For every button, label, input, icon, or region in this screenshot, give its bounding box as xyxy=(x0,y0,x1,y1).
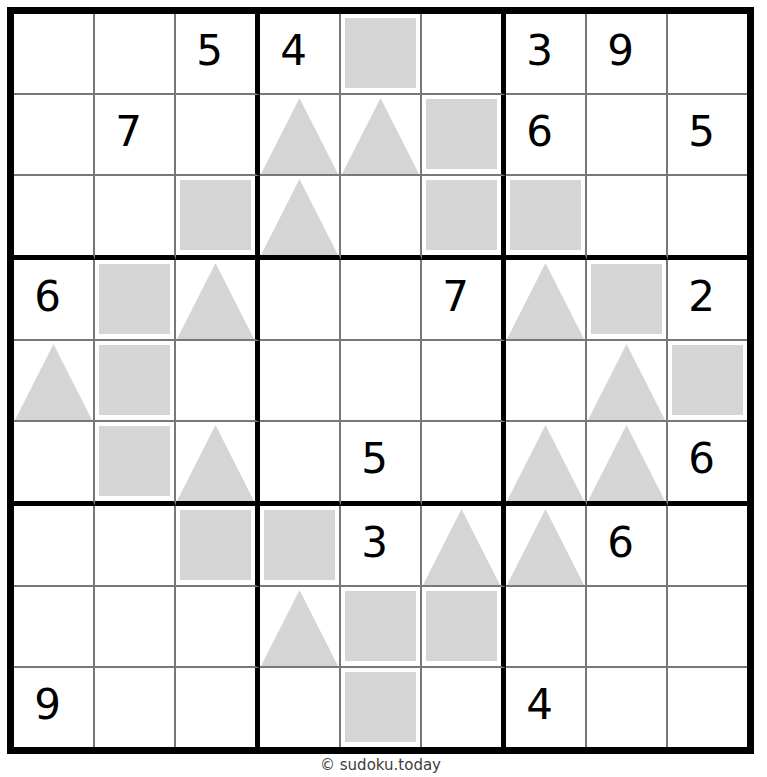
cell-r4c7[interactable] xyxy=(506,260,587,341)
cell-r4c6[interactable]: 7 xyxy=(422,260,506,341)
cell-r3c1[interactable] xyxy=(14,176,95,260)
gray-square-shape xyxy=(180,510,251,580)
cell-r8c9[interactable] xyxy=(668,587,747,668)
gray-square-shape xyxy=(99,426,170,496)
gray-triangle-shape xyxy=(15,344,92,420)
cell-r5c9[interactable] xyxy=(668,341,747,422)
given-digit: 7 xyxy=(89,92,168,171)
cell-r2c6[interactable] xyxy=(422,95,506,176)
cell-r1c1[interactable] xyxy=(14,14,95,95)
gray-square-shape xyxy=(99,264,170,334)
cell-r4c2[interactable] xyxy=(95,260,176,341)
cell-r5c4[interactable] xyxy=(260,341,341,422)
gray-triangle-shape xyxy=(507,263,584,339)
cell-r6c2[interactable] xyxy=(95,422,176,506)
gray-triangle-shape xyxy=(177,263,254,339)
cell-r5c6[interactable] xyxy=(422,341,506,422)
cell-r3c9[interactable] xyxy=(668,176,747,260)
cell-r5c3[interactable] xyxy=(176,341,260,422)
cell-r1c6[interactable] xyxy=(422,14,506,95)
given-digit: 3 xyxy=(500,11,579,90)
cell-r7c7[interactable] xyxy=(506,506,587,587)
gray-triangle-shape xyxy=(261,98,338,174)
cell-r2c1[interactable] xyxy=(14,95,95,176)
cell-r9c9[interactable] xyxy=(668,668,747,747)
cell-r4c3[interactable] xyxy=(176,260,260,341)
cell-r6c4[interactable] xyxy=(260,422,341,506)
sudoku-board: 5439765672563694 xyxy=(7,7,754,754)
cell-r8c8[interactable] xyxy=(587,587,668,668)
cell-r9c6[interactable] xyxy=(422,668,506,747)
gray-triangle-shape xyxy=(342,98,419,174)
cell-r6c8[interactable] xyxy=(587,422,668,506)
cell-r2c9[interactable]: 5 xyxy=(668,95,747,176)
gray-square-shape xyxy=(180,180,251,250)
cell-r8c6[interactable] xyxy=(422,587,506,668)
cell-r8c2[interactable] xyxy=(95,587,176,668)
cell-r6c3[interactable] xyxy=(176,422,260,506)
cell-r6c1[interactable] xyxy=(14,422,95,506)
cell-r2c7[interactable]: 6 xyxy=(506,95,587,176)
gray-square-shape xyxy=(99,345,170,415)
cell-r1c7[interactable]: 3 xyxy=(506,14,587,95)
gray-square-shape xyxy=(345,18,416,88)
given-digit: 5 xyxy=(662,92,741,171)
cell-r7c5[interactable]: 3 xyxy=(341,506,422,587)
cell-r3c7[interactable] xyxy=(506,176,587,260)
gray-triangle-shape xyxy=(507,509,584,585)
given-digit: 9 xyxy=(8,665,87,744)
gray-triangle-shape xyxy=(588,425,665,501)
cell-r4c5[interactable] xyxy=(341,260,422,341)
cell-r3c2[interactable] xyxy=(95,176,176,260)
given-digit: 6 xyxy=(500,92,579,171)
gray-triangle-shape xyxy=(177,425,254,501)
cell-r8c1[interactable] xyxy=(14,587,95,668)
given-digit: 6 xyxy=(8,257,87,336)
cell-r7c1[interactable] xyxy=(14,506,95,587)
gray-square-shape xyxy=(345,591,416,661)
gray-triangle-shape xyxy=(588,344,665,420)
cell-r1c4[interactable]: 4 xyxy=(260,14,341,95)
given-digit: 5 xyxy=(170,11,249,90)
given-digit: 5 xyxy=(335,419,414,498)
given-digit: 2 xyxy=(662,257,741,336)
copyright-text: © sudoku.today xyxy=(7,756,754,774)
cell-r1c3[interactable]: 5 xyxy=(176,14,260,95)
gray-square-shape xyxy=(426,180,497,250)
cell-r9c8[interactable] xyxy=(587,668,668,747)
gray-square-shape xyxy=(426,99,497,169)
cell-r9c3[interactable] xyxy=(176,668,260,747)
given-digit: 4 xyxy=(500,665,579,744)
cell-r7c8[interactable]: 6 xyxy=(587,506,668,587)
cell-r2c2[interactable]: 7 xyxy=(95,95,176,176)
cell-r5c2[interactable] xyxy=(95,341,176,422)
gray-square-shape xyxy=(510,180,581,250)
cell-r3c3[interactable] xyxy=(176,176,260,260)
cell-r8c5[interactable] xyxy=(341,587,422,668)
gray-square-shape xyxy=(672,345,743,415)
cell-r9c5[interactable] xyxy=(341,668,422,747)
cell-r4c4[interactable] xyxy=(260,260,341,341)
gray-triangle-shape xyxy=(507,425,584,501)
cell-r2c4[interactable] xyxy=(260,95,341,176)
cell-r1c9[interactable] xyxy=(668,14,747,95)
cell-r7c2[interactable] xyxy=(95,506,176,587)
cell-r8c3[interactable] xyxy=(176,587,260,668)
cell-r2c3[interactable] xyxy=(176,95,260,176)
cell-r2c5[interactable] xyxy=(341,95,422,176)
cell-r4c9[interactable]: 2 xyxy=(668,260,747,341)
cell-r9c2[interactable] xyxy=(95,668,176,747)
cell-r7c3[interactable] xyxy=(176,506,260,587)
cell-r4c1[interactable]: 6 xyxy=(14,260,95,341)
cell-r6c7[interactable] xyxy=(506,422,587,506)
cell-r6c9[interactable]: 6 xyxy=(668,422,747,506)
cell-r6c6[interactable] xyxy=(422,422,506,506)
gray-square-shape xyxy=(264,510,335,580)
cell-r2c8[interactable] xyxy=(587,95,668,176)
cell-r1c8[interactable]: 9 xyxy=(587,14,668,95)
cell-r5c8[interactable] xyxy=(587,341,668,422)
given-digit: 4 xyxy=(254,11,333,90)
cell-r5c1[interactable] xyxy=(14,341,95,422)
cell-r9c4[interactable] xyxy=(260,668,341,747)
given-digit: 3 xyxy=(335,503,414,582)
cell-r7c4[interactable] xyxy=(260,506,341,587)
given-digit: 6 xyxy=(581,503,660,582)
gray-square-shape xyxy=(345,672,416,742)
given-digit: 9 xyxy=(581,11,660,90)
gray-triangle-shape xyxy=(261,179,338,255)
cell-r8c4[interactable] xyxy=(260,587,341,668)
cell-r3c8[interactable] xyxy=(587,176,668,260)
cell-r7c6[interactable] xyxy=(422,506,506,587)
cell-r1c5[interactable] xyxy=(341,14,422,95)
cell-r8c7[interactable] xyxy=(506,587,587,668)
cell-r9c1[interactable]: 9 xyxy=(14,668,95,747)
cell-r9c7[interactable]: 4 xyxy=(506,668,587,747)
cell-r7c9[interactable] xyxy=(668,506,747,587)
cell-r6c5[interactable]: 5 xyxy=(341,422,422,506)
cell-r1c2[interactable] xyxy=(95,14,176,95)
given-digit: 6 xyxy=(662,419,741,498)
gray-square-shape xyxy=(591,264,662,334)
gray-triangle-shape xyxy=(261,590,338,666)
cell-r3c6[interactable] xyxy=(422,176,506,260)
cell-r5c7[interactable] xyxy=(506,341,587,422)
cell-r3c5[interactable] xyxy=(341,176,422,260)
cell-r5c5[interactable] xyxy=(341,341,422,422)
cell-r3c4[interactable] xyxy=(260,176,341,260)
cell-r4c8[interactable] xyxy=(587,260,668,341)
given-digit: 7 xyxy=(416,257,495,336)
gray-triangle-shape xyxy=(423,509,500,585)
gray-square-shape xyxy=(426,591,497,661)
